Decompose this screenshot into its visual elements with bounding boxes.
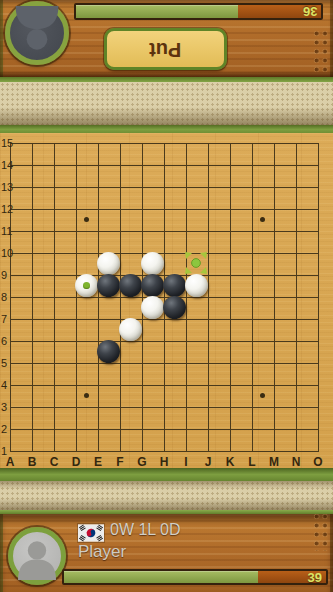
go-board[interactable]: 151413121110987654321 ABCDEFGHIJKLMNO [0,133,333,468]
white-stone [75,274,98,297]
column-label: M [264,455,284,469]
column-label: J [198,455,218,469]
player-record: 0W 1L 0D [110,521,181,539]
player-timer-fill [64,571,258,583]
row-label: 9 [1,270,10,281]
opponent-timer-value: 36 [303,5,317,18]
row-label: 7 [1,314,10,325]
row-label: 4 [1,380,10,391]
player-avatar [8,527,66,585]
opponent-timer-fill [76,5,238,18]
black-stone [163,274,186,297]
row-label: 5 [1,358,10,369]
black-stone [163,296,186,319]
row-label: 11 [1,226,10,237]
column-label: I [176,455,196,469]
row-label: 13 [1,182,10,193]
row-label: 2 [1,424,10,435]
top-bar-rivet-dots [313,30,330,76]
last-move-marker [83,282,90,289]
player-timer-value: 39 [308,571,322,583]
south-korea-flag-icon [78,524,104,542]
black-stone [119,274,142,297]
player-name: Player [78,542,126,562]
white-stone [141,252,164,275]
background-texture-bottom [0,481,333,510]
pending-move-cursor [183,250,209,276]
black-stone [97,274,120,297]
row-label: 8 [1,292,10,303]
star-point [84,393,89,398]
person-icon [13,532,61,580]
put-button-label: Put [149,38,181,61]
background-texture-top [0,82,333,125]
game-screen: 36 Put 151413121110987654321 ABCDEFGHIJK… [0,0,333,592]
row-label: 10 [1,248,10,259]
row-label: 15 [1,138,10,149]
column-label: L [242,455,262,469]
grid-lines [10,143,319,452]
column-label: E [88,455,108,469]
player-timer-bar: 39 [62,569,328,585]
row-label: 12 [1,204,10,215]
put-button[interactable]: Put [104,28,227,70]
board-grid[interactable] [9,142,333,472]
row-label: 6 [1,336,10,347]
opponent-timer-bar: 36 [74,3,323,20]
column-label: F [110,455,130,469]
row-label: 3 [1,402,10,413]
column-label: H [154,455,174,469]
column-label: C [44,455,64,469]
star-point [260,393,265,398]
white-stone [185,274,208,297]
star-point [260,217,265,222]
column-label: A [0,455,20,469]
column-label: K [220,455,240,469]
black-stone [141,274,164,297]
column-label: G [132,455,152,469]
bottom-bar-rivet-dots [313,513,330,551]
column-label: D [66,455,86,469]
opponent-avatar [5,1,69,65]
white-stone [119,318,142,341]
white-stone [97,252,120,275]
person-icon [10,6,64,60]
black-stone [97,340,120,363]
column-label: O [308,455,328,469]
star-point [84,217,89,222]
board-green-trim-top [0,125,333,133]
white-stone [141,296,164,319]
board-green-trim-bottom [0,468,333,481]
column-label: N [286,455,306,469]
row-label: 14 [1,160,10,171]
column-label: B [22,455,42,469]
